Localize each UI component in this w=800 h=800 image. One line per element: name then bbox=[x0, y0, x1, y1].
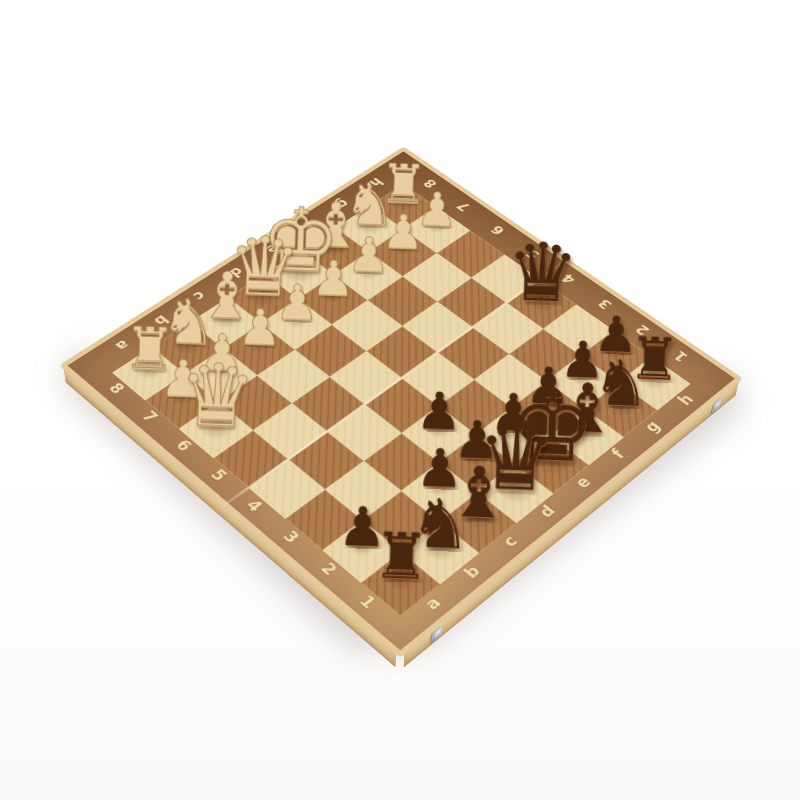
chess-board: ♜♞♝♛♚♝♞♜♟♟♟♟♟♟♟♟♛♜♞♝♛♚♝♞♜♟♟♟♟♟♟♟♟♛ 88hh7… bbox=[59, 146, 743, 658]
scene: ♜♞♝♛♚♝♞♜♟♟♟♟♟♟♟♟♛♜♞♝♛♚♝♞♜♟♟♟♟♟♟♟♟♛ 88hh7… bbox=[0, 0, 800, 800]
product-photo-stage: ♜♞♝♛♚♝♞♜♟♟♟♟♟♟♟♟♛♜♞♝♛♚♝♞♜♟♟♟♟♟♟♟♟♛ 88hh7… bbox=[0, 0, 800, 800]
camera-tilt: ♜♞♝♛♚♝♞♜♟♟♟♟♟♟♟♟♛♜♞♝♛♚♝♞♜♟♟♟♟♟♟♟♟♛ 88hh7… bbox=[0, 0, 800, 800]
